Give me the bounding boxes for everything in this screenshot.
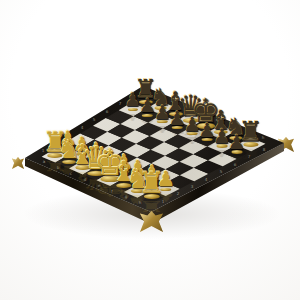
board-squares [0,0,300,300]
chess-set-photo: aa11bb22cc33dd44ee55ff66gg77hh88 ♜♜♞♞♟♟♝… [0,0,300,300]
square-d4 [0,0,300,300]
